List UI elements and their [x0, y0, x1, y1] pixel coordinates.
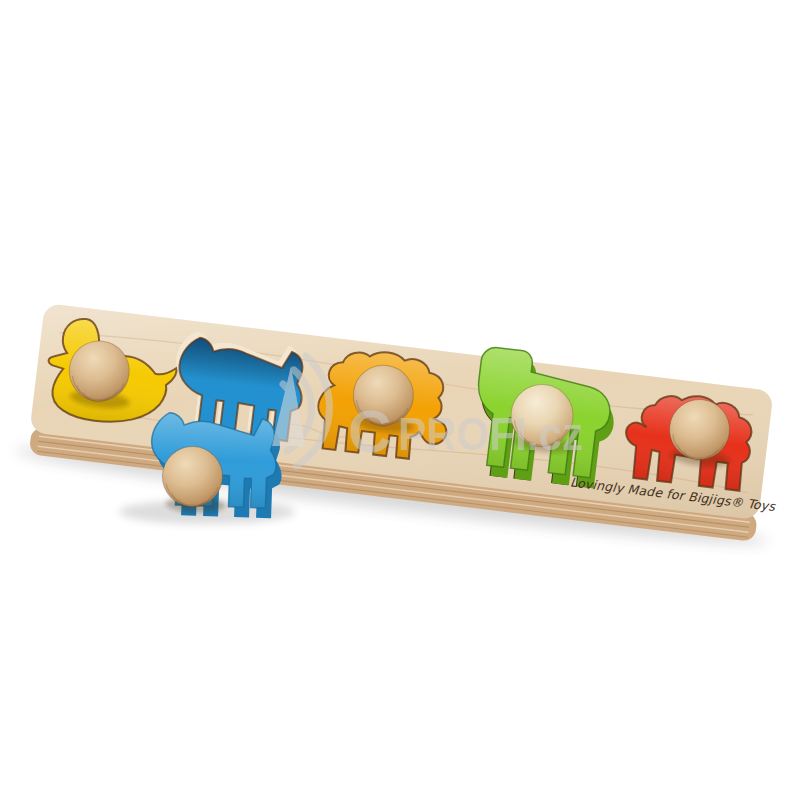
piece-dog[interactable]: [149, 412, 284, 519]
product-photo-background: Lovingly Made for Bigjigs® Toys C PROFI.…: [0, 0, 800, 800]
watermark-prefix: C: [348, 398, 391, 465]
watermark-label: PROFI.cz: [398, 408, 583, 460]
puzzle-photo: Lovingly Made for Bigjigs® Toys C PROFI.…: [0, 0, 800, 800]
